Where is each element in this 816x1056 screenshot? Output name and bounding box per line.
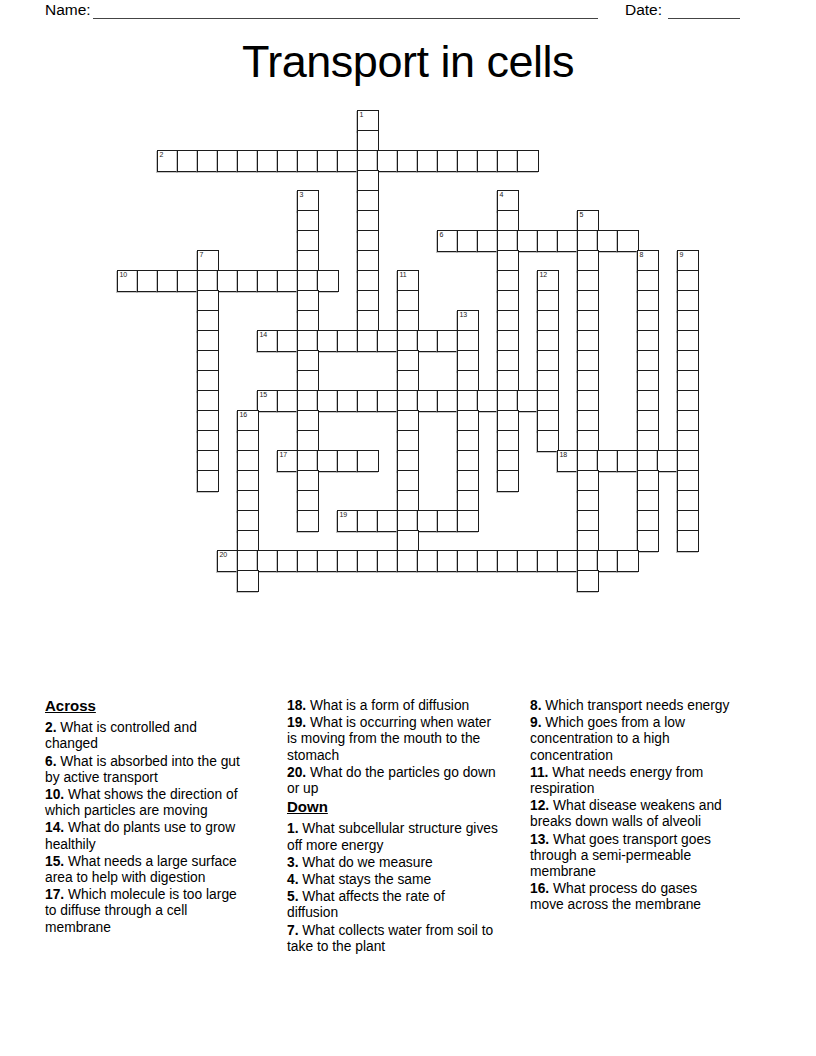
grid-cell[interactable] — [577, 490, 599, 512]
grid-cell[interactable] — [637, 270, 659, 292]
grid-cell[interactable] — [237, 450, 259, 472]
grid-cell[interactable] — [677, 330, 699, 352]
cell-number: 3 — [300, 191, 304, 199]
grid-cell[interactable] — [197, 470, 219, 492]
clue-across-19: 19. What is occurring when water is movi… — [287, 715, 499, 764]
grid-cell[interactable] — [677, 510, 699, 532]
grid-cell[interactable] — [457, 150, 479, 172]
grid-cell[interactable] — [297, 210, 319, 232]
grid-cell[interactable] — [197, 450, 219, 472]
clue-down-12: 12. What disease weakens and breaks down… — [530, 798, 730, 830]
grid-cell[interactable] — [457, 450, 479, 472]
grid-cell[interactable] — [397, 290, 419, 312]
grid-cell[interactable] — [357, 130, 379, 152]
grid-cell[interactable] — [297, 450, 319, 472]
grid-cell[interactable] — [437, 550, 459, 572]
grid-cell[interactable]: 4 — [497, 190, 519, 212]
grid-cell[interactable] — [297, 230, 319, 252]
grid-cell[interactable] — [337, 450, 359, 472]
grid-cell[interactable] — [477, 230, 499, 252]
grid-cell[interactable] — [337, 330, 359, 352]
grid-cell[interactable] — [337, 150, 359, 172]
grid-cell[interactable]: 2 — [157, 150, 179, 172]
page-title: Transport in cells — [0, 36, 816, 88]
grid-cell[interactable] — [257, 150, 279, 172]
cell-number: 16 — [240, 411, 247, 419]
grid-cell[interactable] — [537, 550, 559, 572]
clue-across-10: 10. What shows the direction of which pa… — [45, 787, 252, 819]
grid-cell[interactable] — [157, 270, 179, 292]
grid-cell[interactable] — [577, 570, 599, 592]
grid-cell[interactable] — [197, 370, 219, 392]
clue-across-2: 2. What is controlled and changed — [45, 720, 252, 752]
grid-cell[interactable] — [557, 230, 579, 252]
clue-down-3: 3. What do we measure — [287, 855, 499, 871]
clue-down-4: 4. What stays the same — [287, 872, 499, 888]
grid-cell[interactable] — [397, 350, 419, 372]
grid-cell[interactable] — [477, 390, 499, 412]
name-blank-field[interactable] — [93, 2, 598, 19]
grid-cell[interactable] — [457, 370, 479, 392]
grid-cell[interactable] — [537, 290, 559, 312]
cell-number: 17 — [280, 451, 287, 459]
grid-cell[interactable]: 7 — [197, 250, 219, 272]
grid-cell[interactable] — [297, 270, 319, 292]
grid-cell[interactable] — [357, 230, 379, 252]
clues-across-heading: Across — [45, 698, 252, 714]
grid-cell[interactable] — [357, 550, 379, 572]
grid-cell[interactable]: 1 — [357, 110, 379, 132]
grid-cell[interactable] — [437, 150, 459, 172]
grid-cell[interactable] — [677, 390, 699, 412]
grid-cell[interactable] — [357, 210, 379, 232]
cell-number: 4 — [500, 191, 504, 199]
clue-down-9: 9. Which goes from a low concentration t… — [530, 715, 730, 764]
grid-cell[interactable] — [397, 150, 419, 172]
grid-cell[interactable] — [357, 150, 379, 172]
grid-cell[interactable] — [197, 290, 219, 312]
grid-cell[interactable] — [517, 230, 539, 252]
grid-cell[interactable] — [297, 350, 319, 372]
grid-cell[interactable] — [577, 250, 599, 272]
clue-across-6: 6. What is absorbed into the gut by acti… — [45, 754, 252, 786]
grid-cell[interactable] — [297, 470, 319, 492]
grid-cell[interactable] — [317, 550, 339, 572]
grid-cell[interactable] — [497, 150, 519, 172]
grid-cell[interactable] — [537, 430, 559, 452]
clue-down-7: 7. What collects water from soil to take… — [287, 923, 499, 955]
grid-cell[interactable] — [397, 490, 419, 512]
grid-cell[interactable] — [577, 310, 599, 332]
grid-cell[interactable] — [497, 330, 519, 352]
grid-cell[interactable] — [417, 550, 439, 572]
grid-cell[interactable] — [197, 410, 219, 432]
grid-cell[interactable] — [577, 430, 599, 452]
grid-cell[interactable] — [397, 450, 419, 472]
grid-cell[interactable] — [677, 290, 699, 312]
grid-cell[interactable] — [237, 470, 259, 492]
grid-cell[interactable] — [177, 150, 199, 172]
grid-cell[interactable] — [237, 270, 259, 292]
grid-cell[interactable] — [497, 550, 519, 572]
grid-cell[interactable] — [637, 450, 659, 472]
grid-cell[interactable] — [497, 430, 519, 452]
grid-cell[interactable] — [397, 530, 419, 552]
grid-cell[interactable] — [297, 250, 319, 272]
cell-number: 20 — [220, 551, 227, 559]
grid-cell[interactable] — [457, 430, 479, 452]
grid-cell[interactable] — [297, 510, 319, 532]
grid-cell[interactable] — [497, 410, 519, 432]
grid-cell[interactable] — [637, 310, 659, 332]
grid-cell[interactable] — [457, 350, 479, 372]
grid-cell[interactable] — [357, 510, 379, 532]
grid-cell[interactable] — [357, 270, 379, 292]
grid-cell[interactable] — [377, 390, 399, 412]
cell-number: 11 — [400, 271, 407, 279]
grid-cell[interactable]: 15 — [257, 390, 279, 412]
worksheet-page: Name: Date: Transport in cells 123456789… — [0, 0, 816, 1056]
grid-cell[interactable] — [277, 550, 299, 572]
cell-number: 5 — [580, 211, 584, 219]
grid-cell[interactable] — [397, 550, 419, 572]
crossword-grid: 1234567891011121314151617181920 — [117, 110, 697, 590]
grid-cell[interactable] — [237, 530, 259, 552]
grid-cell[interactable]: 16 — [237, 410, 259, 432]
grid-cell[interactable] — [217, 270, 239, 292]
grid-cell[interactable] — [297, 390, 319, 412]
grid-cell[interactable] — [377, 150, 399, 172]
grid-cell[interactable] — [417, 510, 439, 532]
grid-cell[interactable]: 13 — [457, 310, 479, 332]
grid-cell[interactable] — [637, 290, 659, 312]
grid-cell[interactable] — [457, 550, 479, 572]
grid-cell[interactable]: 14 — [257, 330, 279, 352]
grid-cell[interactable] — [497, 450, 519, 472]
grid-cell[interactable] — [297, 410, 319, 432]
grid-cell[interactable]: 10 — [117, 270, 139, 292]
clue-column-2: 18. What is a form of diffusion19. What … — [287, 698, 499, 956]
grid-cell[interactable] — [237, 510, 259, 532]
grid-cell[interactable] — [617, 550, 639, 572]
grid-cell[interactable] — [317, 150, 339, 172]
grid-cell[interactable] — [317, 450, 339, 472]
grid-cell[interactable] — [477, 150, 499, 172]
grid-cell[interactable] — [457, 470, 479, 492]
grid-cell[interactable] — [537, 310, 559, 332]
grid-cell[interactable] — [537, 230, 559, 252]
grid-cell[interactable] — [357, 250, 379, 272]
grid-cell[interactable] — [457, 490, 479, 512]
clue-across-14: 14. What do plants use to grow healthily — [45, 820, 252, 852]
grid-cell[interactable] — [177, 270, 199, 292]
grid-cell[interactable] — [397, 370, 419, 392]
grid-cell[interactable]: 6 — [437, 230, 459, 252]
grid-cell[interactable] — [537, 350, 559, 372]
grid-cell[interactable] — [677, 470, 699, 492]
grid-cell[interactable] — [237, 150, 259, 172]
grid-cell[interactable]: 19 — [337, 510, 359, 532]
cell-number: 15 — [260, 391, 267, 399]
grid-cell[interactable] — [457, 390, 479, 412]
cell-number: 9 — [680, 251, 684, 259]
grid-cell[interactable] — [197, 390, 219, 412]
clue-across-18: 18. What is a form of diffusion — [287, 698, 499, 714]
grid-cell[interactable] — [397, 330, 419, 352]
clue-across-15: 15. What needs a large surface area to h… — [45, 854, 252, 886]
date-label: Date: — [625, 1, 662, 19]
grid-cell[interactable] — [577, 410, 599, 432]
grid-cell[interactable] — [217, 150, 239, 172]
grid-cell[interactable] — [537, 410, 559, 432]
grid-cell[interactable] — [277, 330, 299, 352]
cell-number: 8 — [640, 251, 644, 259]
grid-cell[interactable] — [537, 370, 559, 392]
grid-cell[interactable] — [237, 430, 259, 452]
grid-cell[interactable] — [677, 410, 699, 432]
grid-cell[interactable] — [297, 330, 319, 352]
grid-cell[interactable] — [197, 350, 219, 372]
grid-cell[interactable] — [577, 470, 599, 492]
cell-number: 18 — [560, 451, 567, 459]
grid-cell[interactable] — [357, 290, 379, 312]
grid-cell[interactable]: 11 — [397, 270, 419, 292]
grid-cell[interactable] — [577, 270, 599, 292]
grid-cell[interactable] — [677, 450, 699, 472]
grid-cell[interactable] — [337, 390, 359, 412]
grid-cell[interactable] — [597, 550, 619, 572]
grid-cell[interactable] — [497, 350, 519, 372]
date-blank-field[interactable] — [668, 2, 740, 19]
clue-across-20: 20. What do the particles go down or up — [287, 765, 499, 797]
grid-cell[interactable] — [297, 150, 319, 172]
grid-cell[interactable] — [397, 310, 419, 332]
grid-cell[interactable] — [577, 550, 599, 572]
grid-cell[interactable] — [297, 290, 319, 312]
grid-cell[interactable] — [497, 310, 519, 332]
grid-cell[interactable] — [277, 270, 299, 292]
grid-cell[interactable] — [277, 390, 299, 412]
grid-cell[interactable] — [677, 310, 699, 332]
grid-cell[interactable] — [197, 150, 219, 172]
grid-cell[interactable] — [317, 390, 339, 412]
grid-cell[interactable] — [257, 550, 279, 572]
grid-cell[interactable] — [477, 550, 499, 572]
grid-cell[interactable] — [437, 390, 459, 412]
grid-cell[interactable] — [637, 350, 659, 372]
grid-cell[interactable]: 9 — [677, 250, 699, 272]
grid-cell[interactable] — [397, 410, 419, 432]
grid-cell[interactable] — [677, 350, 699, 372]
cell-number: 2 — [160, 151, 164, 159]
grid-cell[interactable] — [297, 490, 319, 512]
grid-cell[interactable] — [637, 470, 659, 492]
grid-cell[interactable] — [517, 550, 539, 572]
clue-across-17: 17. Which molecule is too large to diffu… — [45, 887, 252, 936]
cell-number: 14 — [260, 331, 267, 339]
grid-cell[interactable] — [637, 390, 659, 412]
grid-cell[interactable] — [197, 430, 219, 452]
grid-cell[interactable] — [357, 390, 379, 412]
clue-down-1: 1. What subcellular structure gives off … — [287, 821, 499, 853]
grid-cell[interactable] — [297, 430, 319, 452]
grid-cell[interactable] — [497, 370, 519, 392]
grid-cell[interactable] — [617, 230, 639, 252]
grid-cell[interactable] — [237, 570, 259, 592]
grid-cell[interactable] — [417, 390, 439, 412]
grid-cell[interactable] — [377, 510, 399, 532]
grid-cell[interactable]: 18 — [557, 450, 579, 472]
grid-cell[interactable] — [497, 250, 519, 272]
grid-cell[interactable] — [337, 550, 359, 572]
grid-cell[interactable] — [597, 450, 619, 472]
grid-cell[interactable] — [497, 210, 519, 232]
grid-cell[interactable] — [677, 530, 699, 552]
grid-cell[interactable] — [497, 270, 519, 292]
grid-cell[interactable] — [357, 450, 379, 472]
cell-number: 6 — [440, 231, 444, 239]
grid-cell[interactable] — [357, 170, 379, 192]
grid-cell[interactable] — [377, 550, 399, 572]
grid-cell[interactable] — [397, 390, 419, 412]
grid-cell[interactable] — [357, 190, 379, 212]
grid-cell[interactable] — [537, 330, 559, 352]
grid-cell[interactable] — [637, 330, 659, 352]
grid-cell[interactable] — [497, 230, 519, 252]
grid-cell[interactable] — [577, 350, 599, 372]
grid-cell[interactable] — [197, 270, 219, 292]
grid-cell[interactable] — [437, 330, 459, 352]
grid-cell[interactable] — [317, 270, 339, 292]
grid-cell[interactable] — [657, 450, 679, 472]
grid-cell[interactable] — [677, 270, 699, 292]
grid-cell[interactable]: 8 — [637, 250, 659, 272]
grid-cell[interactable] — [497, 470, 519, 492]
grid-cell[interactable] — [357, 330, 379, 352]
grid-cell[interactable] — [497, 290, 519, 312]
grid-cell[interactable] — [417, 150, 439, 172]
clue-down-8: 8. Which transport needs energy — [530, 698, 730, 714]
cell-number: 1 — [360, 111, 364, 119]
grid-cell[interactable]: 3 — [297, 190, 319, 212]
grid-cell[interactable] — [257, 270, 279, 292]
grid-cell[interactable] — [617, 450, 639, 472]
grid-cell[interactable] — [357, 310, 379, 332]
grid-cell[interactable] — [577, 230, 599, 252]
grid-cell[interactable] — [237, 490, 259, 512]
grid-cell[interactable] — [297, 370, 319, 392]
clue-down-5: 5. What affects the rate of diffusion — [287, 889, 499, 921]
grid-cell[interactable] — [397, 510, 419, 532]
grid-cell[interactable] — [497, 390, 519, 412]
grid-cell[interactable] — [577, 450, 599, 472]
grid-cell[interactable] — [537, 390, 559, 412]
grid-cell[interactable] — [677, 490, 699, 512]
grid-cell[interactable] — [637, 370, 659, 392]
grid-cell[interactable]: 17 — [277, 450, 299, 472]
grid-cell[interactable] — [637, 510, 659, 532]
grid-cell[interactable]: 12 — [537, 270, 559, 292]
name-label: Name: — [45, 1, 91, 19]
grid-cell[interactable] — [577, 290, 599, 312]
grid-cell[interactable] — [517, 150, 539, 172]
grid-cell[interactable] — [597, 230, 619, 252]
grid-cell[interactable] — [197, 330, 219, 352]
grid-cell[interactable] — [677, 370, 699, 392]
grid-cell[interactable] — [297, 550, 319, 572]
grid-cell[interactable] — [577, 370, 599, 392]
grid-cell[interactable] — [637, 530, 659, 552]
grid-cell[interactable] — [197, 310, 219, 332]
grid-cell[interactable] — [577, 510, 599, 532]
grid-cell[interactable] — [377, 330, 399, 352]
grid-cell[interactable] — [517, 390, 539, 412]
clue-column-3: 8. Which transport needs energy9. Which … — [530, 698, 730, 915]
cell-number: 7 — [200, 251, 204, 259]
cell-number: 12 — [540, 271, 547, 279]
grid-cell[interactable] — [397, 430, 419, 452]
grid-cell[interactable] — [137, 270, 159, 292]
grid-cell[interactable] — [457, 510, 479, 532]
grid-cell[interactable] — [417, 330, 439, 352]
clues-down-heading: Down — [287, 799, 499, 815]
grid-cell[interactable] — [317, 330, 339, 352]
cell-number: 10 — [120, 271, 127, 279]
grid-cell[interactable] — [577, 530, 599, 552]
grid-cell[interactable] — [437, 510, 459, 532]
grid-cell[interactable] — [277, 150, 299, 172]
grid-cell[interactable] — [637, 410, 659, 432]
grid-cell[interactable] — [457, 330, 479, 352]
clue-column-1: Across2. What is controlled and changed6… — [45, 698, 252, 937]
grid-cell[interactable] — [237, 550, 259, 572]
clue-down-13: 13. What goes transport goes through a s… — [530, 832, 730, 881]
grid-cell[interactable] — [557, 550, 579, 572]
grid-cell[interactable] — [637, 490, 659, 512]
clue-down-11: 11. What needs energy from respiration — [530, 765, 730, 797]
cell-number: 19 — [340, 511, 347, 519]
grid-cell[interactable] — [457, 410, 479, 432]
grid-cell[interactable]: 5 — [577, 210, 599, 232]
grid-cell[interactable] — [297, 310, 319, 332]
grid-cell[interactable] — [637, 430, 659, 452]
grid-cell[interactable]: 20 — [217, 550, 239, 572]
grid-cell[interactable] — [397, 470, 419, 492]
grid-cell[interactable] — [577, 330, 599, 352]
grid-cell[interactable] — [577, 390, 599, 412]
grid-cell[interactable] — [457, 230, 479, 252]
grid-cell[interactable] — [677, 430, 699, 452]
cell-number: 13 — [460, 311, 467, 319]
clue-down-16: 16. What process do gases move across th… — [530, 881, 730, 913]
